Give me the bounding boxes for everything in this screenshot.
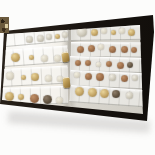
coin: [46, 34, 52, 40]
coin: [85, 60, 91, 66]
binder-ring: [61, 52, 69, 63]
coin: [29, 55, 34, 60]
coin: [98, 44, 104, 50]
coin: [37, 35, 44, 42]
coin: [18, 94, 24, 100]
coin: [121, 46, 128, 53]
coin: [74, 72, 80, 78]
coin: [88, 45, 95, 52]
coin: [56, 97, 63, 104]
coin: [26, 36, 33, 43]
coin: [96, 73, 104, 81]
coin: [55, 34, 60, 39]
coin: [100, 89, 109, 98]
coin: [121, 75, 128, 82]
coin: [62, 32, 68, 38]
coin: [132, 75, 138, 81]
coin: [106, 61, 112, 67]
coin-album-photo: [0, 0, 155, 155]
coin: [45, 75, 52, 82]
coin: [11, 53, 20, 62]
coin: [109, 74, 116, 81]
coin: [101, 28, 107, 34]
coin: [85, 73, 92, 80]
coin: [88, 88, 97, 97]
coin: [117, 62, 124, 69]
coin: [131, 47, 137, 53]
coin: [127, 62, 133, 68]
coin: [41, 55, 48, 62]
coin: [119, 28, 125, 34]
coin: [5, 92, 14, 101]
coin: [112, 90, 120, 98]
coin: [21, 75, 26, 80]
coin: [109, 46, 116, 53]
coin: [111, 30, 116, 35]
coin: [91, 29, 98, 36]
background-object: [0, 17, 9, 33]
coin: [77, 46, 84, 53]
coin: [75, 87, 84, 96]
coin: [30, 94, 39, 103]
coin: [126, 92, 133, 99]
coin: [75, 60, 81, 66]
coin: [43, 95, 52, 104]
coin: [6, 72, 14, 80]
coin: [96, 62, 101, 67]
coin: [54, 55, 61, 62]
binder-ring: [63, 77, 71, 89]
coin: [128, 29, 135, 36]
coin: [31, 73, 39, 81]
